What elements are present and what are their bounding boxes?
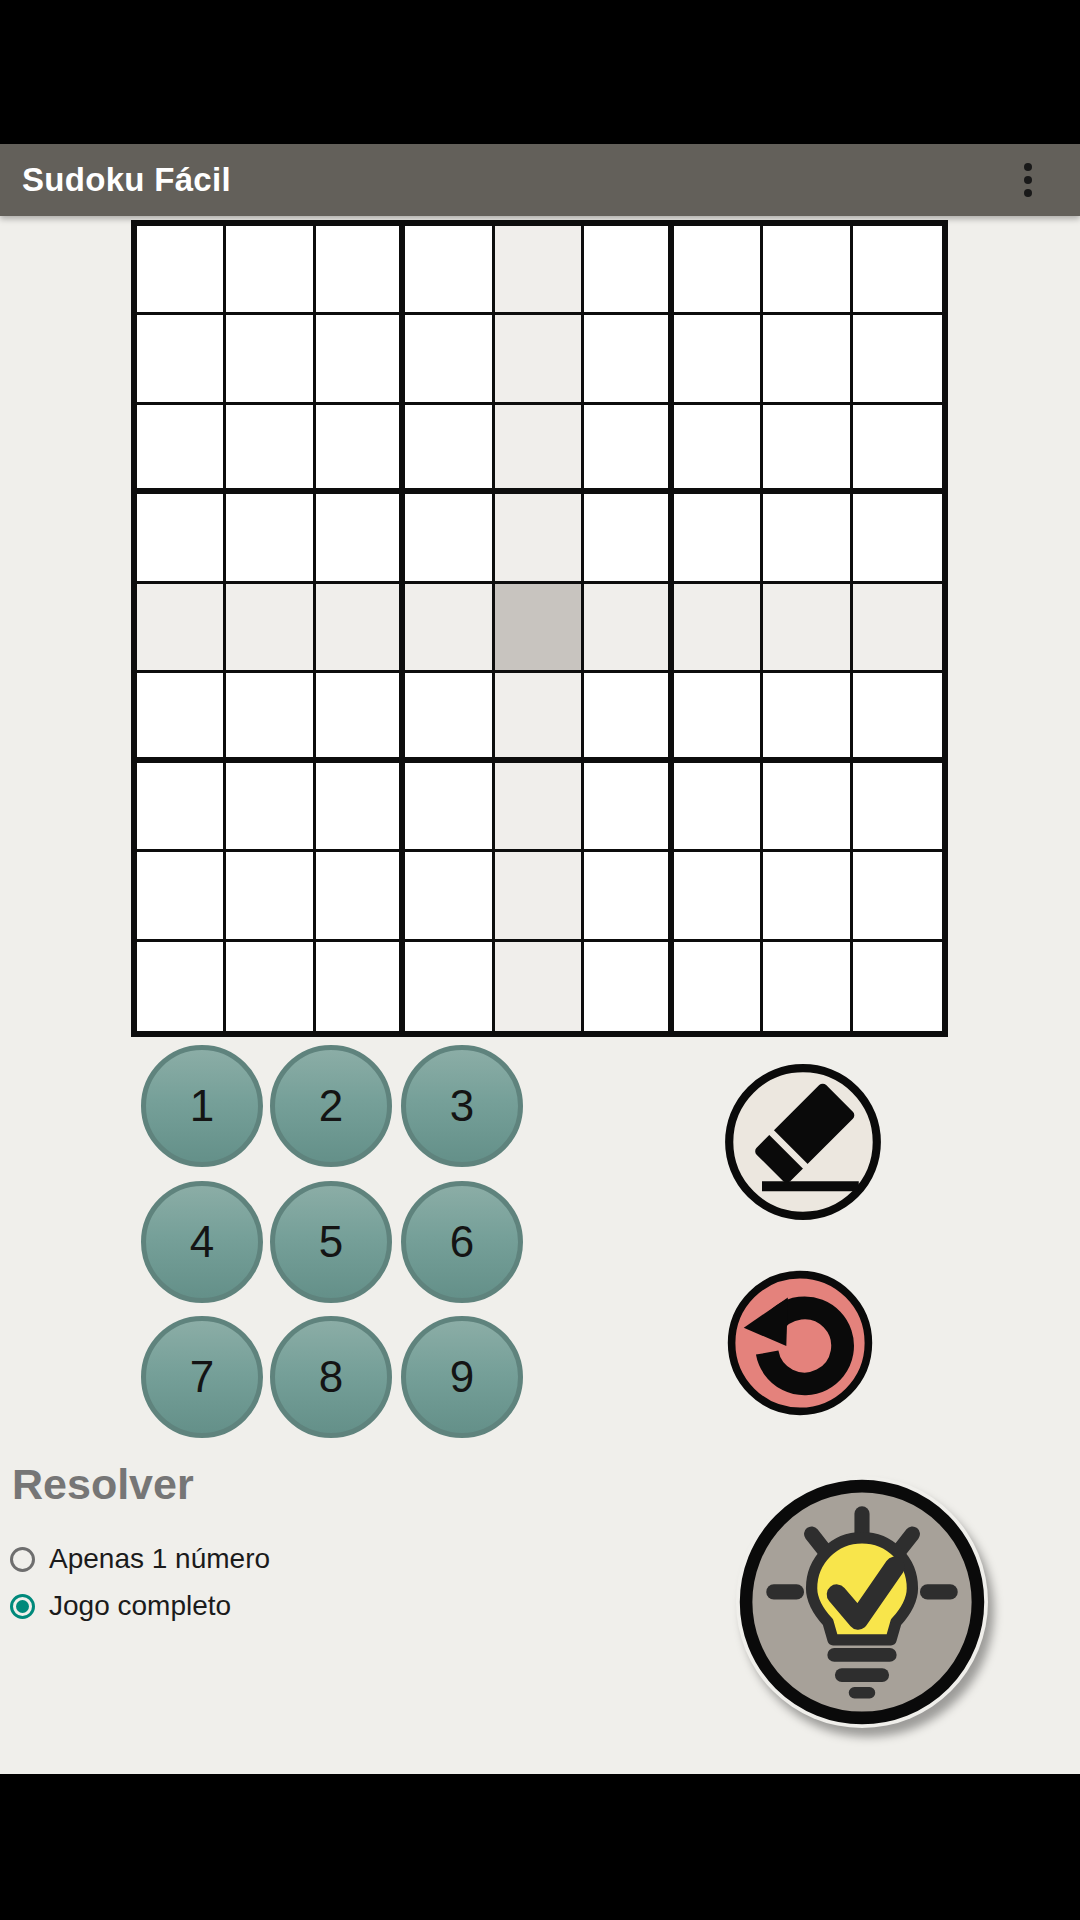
radio-unselected-icon[interactable] <box>10 1547 35 1572</box>
cell-r2c8[interactable] <box>763 315 852 404</box>
navigation-bar <box>0 1774 1080 1920</box>
cell-r6c9[interactable] <box>853 673 942 762</box>
numpad-button-4[interactable]: 4 <box>141 1181 263 1303</box>
cell-r5c4[interactable] <box>405 584 494 673</box>
cell-r5c1[interactable] <box>137 584 226 673</box>
cell-r7c6[interactable] <box>584 763 673 852</box>
solver-option-1[interactable]: Apenas 1 número <box>10 1543 270 1575</box>
cell-r6c6[interactable] <box>584 673 673 762</box>
cell-r9c7[interactable] <box>674 942 763 1031</box>
cell-r8c4[interactable] <box>405 852 494 941</box>
cell-r3c5[interactable] <box>495 405 584 494</box>
cell-r9c6[interactable] <box>584 942 673 1031</box>
cell-r8c9[interactable] <box>853 852 942 941</box>
cell-r2c7[interactable] <box>674 315 763 404</box>
solver-options: Apenas 1 númeroJogo completo <box>10 1543 270 1622</box>
erase-button[interactable] <box>721 1060 885 1224</box>
numpad-button-5[interactable]: 5 <box>270 1181 392 1303</box>
cell-r3c7[interactable] <box>674 405 763 494</box>
numpad-button-8[interactable]: 8 <box>270 1316 392 1438</box>
radio-selected-icon[interactable] <box>10 1594 35 1619</box>
cell-r3c9[interactable] <box>853 405 942 494</box>
cell-r4c9[interactable] <box>853 494 942 583</box>
hint-lightbulb-icon <box>736 1476 988 1728</box>
cell-r1c4[interactable] <box>405 226 494 315</box>
app-title: Sudoku Fácil <box>22 161 231 199</box>
cell-r8c6[interactable] <box>584 852 673 941</box>
cell-r6c7[interactable] <box>674 673 763 762</box>
cell-r3c3[interactable] <box>316 405 405 494</box>
cell-r9c4[interactable] <box>405 942 494 1031</box>
cell-r3c8[interactable] <box>763 405 852 494</box>
cell-r1c7[interactable] <box>674 226 763 315</box>
cell-r7c1[interactable] <box>137 763 226 852</box>
cell-r5c8[interactable] <box>763 584 852 673</box>
cell-r6c8[interactable] <box>763 673 852 762</box>
cell-r2c5[interactable] <box>495 315 584 404</box>
hint-button[interactable] <box>736 1476 988 1728</box>
cell-r2c9[interactable] <box>853 315 942 404</box>
cell-r7c5[interactable] <box>495 763 584 852</box>
cell-r7c9[interactable] <box>853 763 942 852</box>
cell-r4c5[interactable] <box>495 494 584 583</box>
cell-r4c8[interactable] <box>763 494 852 583</box>
cell-r5c5[interactable] <box>495 584 584 673</box>
solver-option-2[interactable]: Jogo completo <box>10 1590 270 1622</box>
solver-heading: Resolver <box>12 1460 194 1509</box>
cell-r9c2[interactable] <box>226 942 315 1031</box>
cell-r3c4[interactable] <box>405 405 494 494</box>
cell-r8c7[interactable] <box>674 852 763 941</box>
cell-r2c4[interactable] <box>405 315 494 404</box>
cell-r6c2[interactable] <box>226 673 315 762</box>
cell-r3c1[interactable] <box>137 405 226 494</box>
cell-r6c3[interactable] <box>316 673 405 762</box>
numpad-button-2[interactable]: 2 <box>270 1045 392 1167</box>
cell-r1c2[interactable] <box>226 226 315 315</box>
cell-r9c5[interactable] <box>495 942 584 1031</box>
cell-r8c3[interactable] <box>316 852 405 941</box>
cell-r1c1[interactable] <box>137 226 226 315</box>
cell-r5c2[interactable] <box>226 584 315 673</box>
undo-button[interactable] <box>724 1267 876 1419</box>
cell-r8c8[interactable] <box>763 852 852 941</box>
cell-r7c7[interactable] <box>674 763 763 852</box>
app-bar: Sudoku Fácil <box>0 144 1080 216</box>
undo-icon <box>724 1267 876 1419</box>
cell-r7c2[interactable] <box>226 763 315 852</box>
cell-r5c6[interactable] <box>584 584 673 673</box>
cell-r6c4[interactable] <box>405 673 494 762</box>
kebab-menu-icon[interactable] <box>1004 144 1052 216</box>
numpad-button-6[interactable]: 6 <box>401 1181 523 1303</box>
cell-r7c4[interactable] <box>405 763 494 852</box>
cell-r8c1[interactable] <box>137 852 226 941</box>
cell-r1c3[interactable] <box>316 226 405 315</box>
numpad-button-7[interactable]: 7 <box>141 1316 263 1438</box>
cell-r1c5[interactable] <box>495 226 584 315</box>
cell-r2c2[interactable] <box>226 315 315 404</box>
cell-r1c8[interactable] <box>763 226 852 315</box>
cell-r2c3[interactable] <box>316 315 405 404</box>
cell-r9c1[interactable] <box>137 942 226 1031</box>
cell-r9c8[interactable] <box>763 942 852 1031</box>
cell-r5c7[interactable] <box>674 584 763 673</box>
cell-r4c3[interactable] <box>316 494 405 583</box>
cell-r2c6[interactable] <box>584 315 673 404</box>
cell-r8c5[interactable] <box>495 852 584 941</box>
cell-r4c1[interactable] <box>137 494 226 583</box>
cell-r8c2[interactable] <box>226 852 315 941</box>
status-bar <box>0 0 1080 144</box>
cell-r4c2[interactable] <box>226 494 315 583</box>
numpad-button-3[interactable]: 3 <box>401 1045 523 1167</box>
cell-r6c5[interactable] <box>495 673 584 762</box>
cell-r5c3[interactable] <box>316 584 405 673</box>
cell-r4c4[interactable] <box>405 494 494 583</box>
cell-r9c3[interactable] <box>316 942 405 1031</box>
cell-r4c6[interactable] <box>584 494 673 583</box>
cell-r6c1[interactable] <box>137 673 226 762</box>
cell-r5c9[interactable] <box>853 584 942 673</box>
cell-r7c8[interactable] <box>763 763 852 852</box>
solver-option-label: Apenas 1 número <box>49 1543 270 1575</box>
sudoku-board <box>131 220 948 1037</box>
cell-r3c6[interactable] <box>584 405 673 494</box>
cell-r1c9[interactable] <box>853 226 942 315</box>
solver-option-label: Jogo completo <box>49 1590 231 1622</box>
cell-r3c2[interactable] <box>226 405 315 494</box>
cell-r7c3[interactable] <box>316 763 405 852</box>
cell-r9c9[interactable] <box>853 942 942 1031</box>
eraser-icon <box>721 1060 885 1224</box>
numpad-button-1[interactable]: 1 <box>141 1045 263 1167</box>
cell-r1c6[interactable] <box>584 226 673 315</box>
numpad-button-9[interactable]: 9 <box>401 1316 523 1438</box>
cell-r4c7[interactable] <box>674 494 763 583</box>
cell-r2c1[interactable] <box>137 315 226 404</box>
